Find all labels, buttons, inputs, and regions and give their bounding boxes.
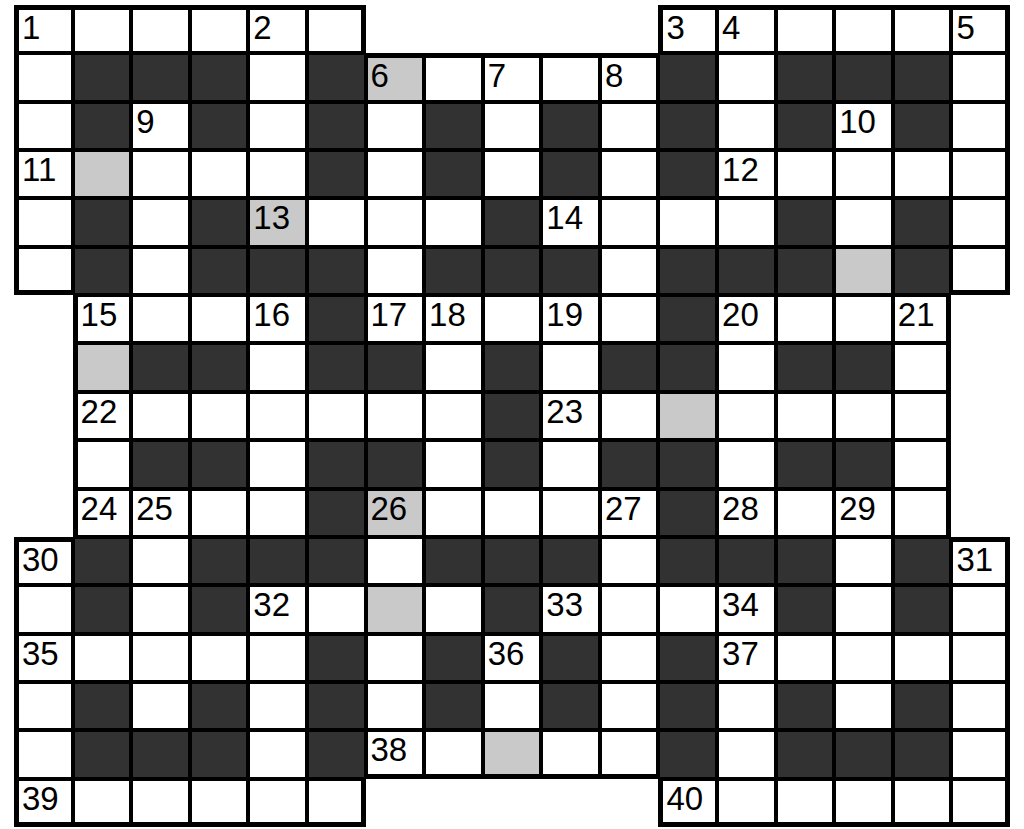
block-cell-r3c6 [307, 102, 366, 150]
letter-cell-r7c13[interactable]: 20 [717, 295, 776, 343]
clue-number-26: 26 [371, 491, 408, 527]
letter-cell-r13c8[interactable] [424, 585, 483, 633]
block-cell-r16c6 [307, 730, 366, 778]
letter-cell-r9c3[interactable] [131, 392, 190, 440]
shaded-letter-cell-r4c2[interactable] [73, 150, 132, 198]
block-cell-r6c13 [717, 247, 776, 295]
letter-cell-r1c15[interactable] [834, 5, 893, 53]
block-cell-r4c12 [658, 150, 717, 198]
clue-number-27: 27 [605, 491, 642, 527]
block-cell-r6c8 [424, 247, 483, 295]
letter-cell-r9c2[interactable]: 22 [73, 392, 132, 440]
letter-cell-r14c17[interactable] [951, 634, 1010, 682]
letter-cell-r15c5[interactable] [248, 682, 307, 730]
block-cell-r14c10 [541, 634, 600, 682]
letter-cell-r11c2[interactable]: 24 [73, 489, 132, 537]
letter-cell-r14c11[interactable] [600, 634, 659, 682]
block-cell-r12c12 [658, 537, 717, 585]
clue-number-4: 4 [722, 10, 740, 46]
letter-cell-r14c2[interactable] [73, 634, 132, 682]
crossword-board: 1234567891011121314151617181920212223242… [14, 5, 1010, 827]
letter-cell-r10c10[interactable] [541, 440, 600, 488]
letter-cell-r14c7[interactable] [366, 634, 425, 682]
clue-number-17: 17 [371, 297, 408, 333]
letter-cell-r12c11[interactable] [600, 537, 659, 585]
letter-cell-r7c16[interactable]: 21 [893, 295, 952, 343]
letter-cell-r12c7[interactable] [366, 537, 425, 585]
letter-cell-r3c15[interactable]: 10 [834, 102, 893, 150]
block-cell-r2c12 [658, 53, 717, 101]
letter-cell-r1c1[interactable]: 1 [14, 5, 73, 53]
letter-cell-r13c10[interactable]: 33 [541, 585, 600, 633]
letter-cell-r11c8[interactable] [424, 489, 483, 537]
letter-cell-r1c4[interactable] [190, 5, 249, 53]
block-cell-r10c15 [834, 440, 893, 488]
outside-area [951, 489, 1010, 537]
clue-number-37: 37 [722, 636, 759, 672]
letter-cell-r9c15[interactable] [834, 392, 893, 440]
letter-cell-r17c6[interactable] [307, 779, 366, 827]
block-cell-r16c2 [73, 730, 132, 778]
letter-cell-r5c7[interactable] [366, 198, 425, 246]
letter-cell-r11c11[interactable]: 27 [600, 489, 659, 537]
letter-cell-r16c17[interactable] [951, 730, 1010, 778]
block-cell-r6c14 [776, 247, 835, 295]
letter-cell-r4c17[interactable] [951, 150, 1010, 198]
shaded-letter-cell-r8c2[interactable] [73, 343, 132, 391]
letter-cell-r15c1[interactable] [14, 682, 73, 730]
block-cell-r5c2 [73, 198, 132, 246]
letter-cell-r8c10[interactable] [541, 343, 600, 391]
clue-number-15: 15 [81, 297, 118, 333]
letter-cell-r4c13[interactable]: 12 [717, 150, 776, 198]
letter-cell-r13c17[interactable] [951, 585, 1010, 633]
clue-number-14: 14 [546, 200, 583, 236]
letter-cell-r11c4[interactable] [190, 489, 249, 537]
block-cell-r2c3 [131, 53, 190, 101]
clue-number-24: 24 [81, 491, 118, 527]
letter-cell-r4c5[interactable] [248, 150, 307, 198]
letter-cell-r3c11[interactable] [600, 102, 659, 150]
block-cell-r15c10 [541, 682, 600, 730]
letter-cell-r7c3[interactable] [131, 295, 190, 343]
block-cell-r8c4 [190, 343, 249, 391]
letter-cell-r11c3[interactable]: 25 [131, 489, 190, 537]
clue-number-16: 16 [253, 297, 290, 333]
letter-cell-r10c2[interactable] [73, 440, 132, 488]
block-cell-r10c14 [776, 440, 835, 488]
letter-cell-r7c4[interactable] [190, 295, 249, 343]
letter-cell-r15c13[interactable] [717, 682, 776, 730]
letter-cell-r7c7[interactable]: 17 [366, 295, 425, 343]
block-cell-r8c14 [776, 343, 835, 391]
letter-cell-r17c2[interactable] [73, 779, 132, 827]
letter-cell-r12c15[interactable] [834, 537, 893, 585]
letter-cell-r10c8[interactable] [424, 440, 483, 488]
letter-cell-r2c10[interactable] [541, 53, 600, 101]
letter-cell-r15c11[interactable] [600, 682, 659, 730]
letter-cell-r9c16[interactable] [893, 392, 952, 440]
clue-number-34: 34 [722, 587, 759, 623]
letter-cell-r4c4[interactable] [190, 150, 249, 198]
letter-cell-r15c15[interactable] [834, 682, 893, 730]
letter-cell-r15c7[interactable] [366, 682, 425, 730]
block-cell-r8c3 [131, 343, 190, 391]
letter-cell-r13c12[interactable] [658, 585, 717, 633]
outside-area [951, 440, 1010, 488]
letter-cell-r1c3[interactable] [131, 5, 190, 53]
outside-area [541, 779, 600, 827]
letter-cell-r4c16[interactable] [893, 150, 952, 198]
letter-cell-r7c14[interactable] [776, 295, 835, 343]
letter-cell-r2c17[interactable] [951, 53, 1010, 101]
clue-number-29: 29 [839, 491, 876, 527]
clue-number-38: 38 [371, 732, 408, 768]
letter-cell-r16c7[interactable]: 38 [366, 730, 425, 778]
letter-cell-r14c4[interactable] [190, 634, 249, 682]
letter-cell-r17c1[interactable]: 39 [14, 779, 73, 827]
block-cell-r4c6 [307, 150, 366, 198]
letter-cell-r5c8[interactable] [424, 198, 483, 246]
letter-cell-r13c11[interactable] [600, 585, 659, 633]
letter-cell-r6c1[interactable] [14, 247, 73, 295]
letter-cell-r1c5[interactable]: 2 [248, 5, 307, 53]
block-cell-r12c5 [248, 537, 307, 585]
outside-area [14, 295, 73, 343]
letter-cell-r11c5[interactable] [248, 489, 307, 537]
block-cell-r6c16 [893, 247, 952, 295]
block-cell-r15c14 [776, 682, 835, 730]
clue-number-5: 5 [956, 10, 974, 46]
block-cell-r16c16 [893, 730, 952, 778]
letter-cell-r9c11[interactable] [600, 392, 659, 440]
letter-cell-r2c5[interactable] [248, 53, 307, 101]
letter-cell-r17c3[interactable] [131, 779, 190, 827]
clue-number-28: 28 [722, 491, 759, 527]
letter-cell-r9c14[interactable] [776, 392, 835, 440]
block-cell-r3c2 [73, 102, 132, 150]
letter-cell-r1c17[interactable]: 5 [951, 5, 1010, 53]
block-cell-r5c16 [893, 198, 952, 246]
clue-number-40: 40 [666, 781, 703, 817]
letter-cell-r17c5[interactable] [248, 779, 307, 827]
letter-cell-r3c1[interactable] [14, 102, 73, 150]
letter-cell-r17c16[interactable] [893, 779, 952, 827]
letter-cell-r8c16[interactable] [893, 343, 952, 391]
letter-cell-r15c17[interactable] [951, 682, 1010, 730]
shaded-letter-cell-r13c7[interactable] [366, 585, 425, 633]
letter-cell-r17c15[interactable] [834, 779, 893, 827]
clue-number-19: 19 [546, 297, 583, 333]
block-cell-r12c8 [424, 537, 483, 585]
outside-area [951, 343, 1010, 391]
outside-area [14, 440, 73, 488]
letter-cell-r17c4[interactable] [190, 779, 249, 827]
block-cell-r7c6 [307, 295, 366, 343]
letter-cell-r13c5[interactable]: 32 [248, 585, 307, 633]
block-cell-r15c8 [424, 682, 483, 730]
letter-cell-r8c5[interactable] [248, 343, 307, 391]
shaded-letter-cell-r6c15[interactable] [834, 247, 893, 295]
letter-cell-r8c13[interactable] [717, 343, 776, 391]
block-cell-r13c2 [73, 585, 132, 633]
clue-number-2: 2 [253, 10, 271, 46]
letter-cell-r6c11[interactable] [600, 247, 659, 295]
block-cell-r2c4 [190, 53, 249, 101]
outside-area [483, 779, 542, 827]
block-cell-r6c2 [73, 247, 132, 295]
letter-cell-r3c13[interactable] [717, 102, 776, 150]
letter-cell-r1c14[interactable] [776, 5, 835, 53]
letter-cell-r5c17[interactable] [951, 198, 1010, 246]
letter-cell-r11c14[interactable] [776, 489, 835, 537]
letter-cell-r7c5[interactable]: 16 [248, 295, 307, 343]
letter-cell-r4c15[interactable] [834, 150, 893, 198]
block-cell-r10c7 [366, 440, 425, 488]
clue-number-20: 20 [722, 297, 759, 333]
block-cell-r7c12 [658, 295, 717, 343]
clue-number-6: 6 [371, 58, 389, 94]
letter-cell-r13c3[interactable] [131, 585, 190, 633]
letter-cell-r14c3[interactable] [131, 634, 190, 682]
letter-cell-r1c2[interactable] [73, 5, 132, 53]
block-cell-r12c13 [717, 537, 776, 585]
block-cell-r6c12 [658, 247, 717, 295]
letter-cell-r14c5[interactable] [248, 634, 307, 682]
letter-cell-r14c15[interactable] [834, 634, 893, 682]
outside-area [483, 5, 542, 53]
letter-cell-r7c9[interactable] [483, 295, 542, 343]
letter-cell-r1c6[interactable] [307, 5, 366, 53]
outside-area [600, 779, 659, 827]
letter-cell-r5c1[interactable] [14, 198, 73, 246]
block-cell-r10c11 [600, 440, 659, 488]
block-cell-r12c9 [483, 537, 542, 585]
block-cell-r12c10 [541, 537, 600, 585]
block-cell-r3c8 [424, 102, 483, 150]
letter-cell-r11c10[interactable] [541, 489, 600, 537]
letter-cell-r3c5[interactable] [248, 102, 307, 150]
block-cell-r11c6 [307, 489, 366, 537]
letter-cell-r3c9[interactable] [483, 102, 542, 150]
clue-number-22: 22 [81, 394, 118, 430]
outside-area [600, 5, 659, 53]
clue-number-3: 3 [666, 10, 684, 46]
letter-cell-r5c12[interactable] [658, 198, 717, 246]
block-cell-r2c16 [893, 53, 952, 101]
clue-number-10: 10 [839, 104, 876, 140]
block-cell-r12c6 [307, 537, 366, 585]
letter-cell-r10c13[interactable] [717, 440, 776, 488]
shaded-letter-cell-r5c5[interactable]: 13 [248, 198, 307, 246]
block-cell-r13c16 [893, 585, 952, 633]
block-cell-r16c12 [658, 730, 717, 778]
block-cell-r15c6 [307, 682, 366, 730]
clue-number-32: 32 [253, 587, 290, 623]
letter-cell-r7c15[interactable] [834, 295, 893, 343]
letter-cell-r7c11[interactable] [600, 295, 659, 343]
letter-cell-r9c8[interactable] [424, 392, 483, 440]
letter-cell-r6c7[interactable] [366, 247, 425, 295]
clue-number-30: 30 [22, 542, 59, 578]
block-cell-r10c9 [483, 440, 542, 488]
letter-cell-r16c1[interactable] [14, 730, 73, 778]
shaded-letter-cell-r2c7[interactable]: 6 [366, 53, 425, 101]
block-cell-r8c9 [483, 343, 542, 391]
block-cell-r12c16 [893, 537, 952, 585]
letter-cell-r3c7[interactable] [366, 102, 425, 150]
outside-area [14, 392, 73, 440]
letter-cell-r1c16[interactable] [893, 5, 952, 53]
block-cell-r3c10 [541, 102, 600, 150]
letter-cell-r5c11[interactable] [600, 198, 659, 246]
shaded-letter-cell-r9c12[interactable] [658, 392, 717, 440]
block-cell-r8c7 [366, 343, 425, 391]
block-cell-r5c14 [776, 198, 835, 246]
letter-cell-r7c2[interactable]: 15 [73, 295, 132, 343]
block-cell-r14c6 [307, 634, 366, 682]
clue-number-31: 31 [956, 542, 993, 578]
block-cell-r11c12 [658, 489, 717, 537]
clue-number-8: 8 [605, 58, 623, 94]
letter-cell-r10c5[interactable] [248, 440, 307, 488]
block-cell-r16c14 [776, 730, 835, 778]
block-cell-r8c11 [600, 343, 659, 391]
outside-area [951, 295, 1010, 343]
letter-cell-r11c15[interactable]: 29 [834, 489, 893, 537]
letter-cell-r2c11[interactable]: 8 [600, 53, 659, 101]
letter-cell-r5c10[interactable]: 14 [541, 198, 600, 246]
block-cell-r16c3 [131, 730, 190, 778]
block-cell-r12c4 [190, 537, 249, 585]
letter-cell-r5c13[interactable] [717, 198, 776, 246]
outside-area [14, 343, 73, 391]
letter-cell-r9c4[interactable] [190, 392, 249, 440]
letter-cell-r5c15[interactable] [834, 198, 893, 246]
block-cell-r8c15 [834, 343, 893, 391]
letter-cell-r1c13[interactable]: 4 [717, 5, 776, 53]
letter-cell-r9c10[interactable]: 23 [541, 392, 600, 440]
letter-cell-r5c3[interactable] [131, 198, 190, 246]
letter-cell-r4c9[interactable] [483, 150, 542, 198]
letter-cell-r2c13[interactable] [717, 53, 776, 101]
block-cell-r15c2 [73, 682, 132, 730]
letter-cell-r6c3[interactable] [131, 247, 190, 295]
block-cell-r15c16 [893, 682, 952, 730]
letter-cell-r14c1[interactable]: 35 [14, 634, 73, 682]
letter-cell-r16c8[interactable] [424, 730, 483, 778]
block-cell-r3c12 [658, 102, 717, 150]
letter-cell-r17c12[interactable]: 40 [658, 779, 717, 827]
letter-cell-r13c15[interactable] [834, 585, 893, 633]
shaded-letter-cell-r11c7[interactable]: 26 [366, 489, 425, 537]
clue-number-39: 39 [22, 781, 59, 817]
letter-cell-r4c1[interactable]: 11 [14, 150, 73, 198]
letter-cell-r17c17[interactable] [951, 779, 1010, 827]
letter-cell-r16c10[interactable] [541, 730, 600, 778]
letter-cell-r14c16[interactable] [893, 634, 952, 682]
letter-cell-r3c17[interactable] [951, 102, 1010, 150]
shaded-letter-cell-r16c9[interactable] [483, 730, 542, 778]
block-cell-r13c4 [190, 585, 249, 633]
letter-cell-r10c16[interactable] [893, 440, 952, 488]
block-cell-r2c6 [307, 53, 366, 101]
letter-cell-r11c13[interactable]: 28 [717, 489, 776, 537]
block-cell-r16c15 [834, 730, 893, 778]
letter-cell-r11c16[interactable] [893, 489, 952, 537]
block-cell-r10c4 [190, 440, 249, 488]
letter-cell-r9c5[interactable] [248, 392, 307, 440]
letter-cell-r9c7[interactable] [366, 392, 425, 440]
letter-cell-r4c3[interactable] [131, 150, 190, 198]
letter-cell-r16c5[interactable] [248, 730, 307, 778]
letter-cell-r2c9[interactable]: 7 [483, 53, 542, 101]
clue-number-13: 13 [253, 200, 290, 236]
letter-cell-r8c8[interactable] [424, 343, 483, 391]
letter-cell-r3c3[interactable]: 9 [131, 102, 190, 150]
letter-cell-r4c11[interactable] [600, 150, 659, 198]
letter-cell-r9c13[interactable] [717, 392, 776, 440]
clue-number-21: 21 [898, 297, 935, 333]
letter-cell-r12c3[interactable] [131, 537, 190, 585]
outside-area [424, 779, 483, 827]
clue-number-9: 9 [136, 104, 154, 140]
clue-number-12: 12 [722, 152, 759, 188]
letter-cell-r15c3[interactable] [131, 682, 190, 730]
letter-cell-r7c8[interactable]: 18 [424, 295, 483, 343]
letter-cell-r16c11[interactable] [600, 730, 659, 778]
letter-cell-r11c9[interactable] [483, 489, 542, 537]
letter-cell-r14c13[interactable]: 37 [717, 634, 776, 682]
block-cell-r10c6 [307, 440, 366, 488]
block-cell-r3c14 [776, 102, 835, 150]
letter-cell-r13c1[interactable] [14, 585, 73, 633]
block-cell-r10c12 [658, 440, 717, 488]
outside-area [541, 5, 600, 53]
letter-cell-r17c13[interactable] [717, 779, 776, 827]
block-cell-r2c14 [776, 53, 835, 101]
block-cell-r12c14 [776, 537, 835, 585]
letter-cell-r2c1[interactable] [14, 53, 73, 101]
letter-cell-r17c14[interactable] [776, 779, 835, 827]
block-cell-r5c4 [190, 198, 249, 246]
letter-cell-r4c14[interactable] [776, 150, 835, 198]
letter-cell-r12c1[interactable]: 30 [14, 537, 73, 585]
outside-area [424, 5, 483, 53]
letter-cell-r16c13[interactable] [717, 730, 776, 778]
letter-cell-r1c12[interactable]: 3 [658, 5, 717, 53]
letter-cell-r5c6[interactable] [307, 198, 366, 246]
letter-cell-r13c6[interactable] [307, 585, 366, 633]
block-cell-r4c8 [424, 150, 483, 198]
letter-cell-r14c14[interactable] [776, 634, 835, 682]
letter-cell-r2c8[interactable] [424, 53, 483, 101]
letter-cell-r15c9[interactable] [483, 682, 542, 730]
letter-cell-r9c6[interactable] [307, 392, 366, 440]
outside-area [951, 392, 1010, 440]
block-cell-r10c3 [131, 440, 190, 488]
letter-cell-r6c17[interactable] [951, 247, 1010, 295]
letter-cell-r14c9[interactable]: 36 [483, 634, 542, 682]
letter-cell-r7c10[interactable]: 19 [541, 295, 600, 343]
block-cell-r6c10 [541, 247, 600, 295]
letter-cell-r12c17[interactable]: 31 [951, 537, 1010, 585]
letter-cell-r13c13[interactable]: 34 [717, 585, 776, 633]
clue-number-23: 23 [546, 394, 583, 430]
letter-cell-r4c7[interactable] [366, 150, 425, 198]
clue-number-18: 18 [429, 297, 466, 333]
block-cell-r15c12 [658, 682, 717, 730]
